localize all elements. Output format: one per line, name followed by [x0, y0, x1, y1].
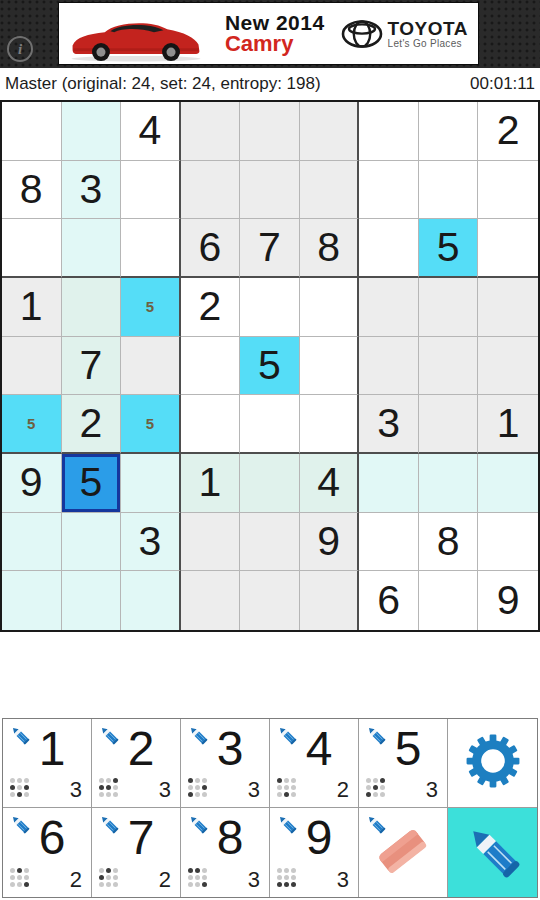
- cell-r5c4[interactable]: [181, 337, 241, 396]
- digit-button-9[interactable]: 93: [270, 808, 359, 897]
- cell-r8c9[interactable]: [478, 513, 538, 572]
- cell-r6c3[interactable]: 5: [121, 395, 181, 454]
- cell-r6c6[interactable]: [300, 395, 360, 454]
- cell-value: 1: [20, 286, 43, 327]
- digit-label: 7: [92, 812, 180, 865]
- ad-line1: New 2014: [225, 12, 325, 33]
- keypad: 132333425362728393: [2, 718, 538, 898]
- cell-value: 2: [79, 403, 102, 444]
- cell-value: 8: [317, 227, 340, 268]
- digit-label: 8: [181, 812, 269, 865]
- cell-r1c1[interactable]: [2, 102, 62, 161]
- box-occupancy-dots: [188, 868, 207, 887]
- cell-r8c5[interactable]: [240, 513, 300, 572]
- digit-placed-count: 3: [337, 867, 349, 893]
- cell-r7c8[interactable]: [419, 454, 479, 513]
- ad-info-icon[interactable]: i: [7, 36, 33, 62]
- box-occupancy-dots: [277, 778, 296, 797]
- digit-placed-count: 3: [426, 777, 438, 803]
- cell-r3c3[interactable]: [121, 219, 181, 278]
- cell-r8c8[interactable]: 8: [419, 513, 479, 572]
- digit-placed-count: 3: [248, 777, 260, 803]
- cell-value: 7: [258, 227, 281, 268]
- cell-r4c2[interactable]: [62, 278, 122, 337]
- digit-button-3[interactable]: 33: [181, 719, 270, 808]
- toyota-tagline: Let's Go Places: [388, 38, 468, 49]
- digit-placed-count: 2: [159, 867, 171, 893]
- cell-r6c7[interactable]: 3: [359, 395, 419, 454]
- sudoku-board: 428367851527552531951439869: [0, 100, 540, 632]
- cell-r2c3[interactable]: [121, 161, 181, 220]
- cell-r4c5[interactable]: [240, 278, 300, 337]
- cell-value: 5: [79, 462, 102, 503]
- digit-button-8[interactable]: 83: [181, 808, 270, 897]
- digit-button-7[interactable]: 72: [92, 808, 181, 897]
- cell-r7c6[interactable]: 4: [300, 454, 360, 513]
- cell-r3c4[interactable]: 6: [181, 219, 241, 278]
- cell-r9c1[interactable]: [2, 571, 62, 630]
- cell-r3c6[interactable]: 8: [300, 219, 360, 278]
- digit-button-6[interactable]: 62: [3, 808, 92, 897]
- cell-r5c3[interactable]: [121, 337, 181, 396]
- cell-r6c5[interactable]: [240, 395, 300, 454]
- cell-r6c9[interactable]: 1: [478, 395, 538, 454]
- cell-r2c2[interactable]: 3: [62, 161, 122, 220]
- cell-r2c5[interactable]: [240, 161, 300, 220]
- box-occupancy-dots: [366, 778, 385, 797]
- digit-label: 4: [270, 723, 358, 776]
- cell-r2c4[interactable]: [181, 161, 241, 220]
- cell-value: 2: [497, 110, 520, 151]
- toyota-wordmark: TOYOTA: [388, 19, 468, 38]
- settings-button[interactable]: [448, 719, 537, 808]
- digit-label: 3: [181, 723, 269, 776]
- ad-line2: Camry: [225, 33, 325, 55]
- cell-value: 9: [497, 580, 520, 621]
- cell-r5c7[interactable]: [359, 337, 419, 396]
- cell-r8c1[interactable]: [2, 513, 62, 572]
- gear-icon: [466, 734, 520, 792]
- puzzle-difficulty-status: Master (original: 24, set: 24, entropy: …: [5, 74, 321, 94]
- digit-label: 6: [3, 812, 91, 865]
- cell-r1c9[interactable]: 2: [478, 102, 538, 161]
- app-screen: i New 2014 Camry TOY: [0, 0, 540, 900]
- cell-value: 3: [377, 403, 400, 444]
- pencil-note: 5: [140, 297, 159, 316]
- cell-r9c2[interactable]: [62, 571, 122, 630]
- cell-r9c6[interactable]: [300, 571, 360, 630]
- cell-r8c4[interactable]: [181, 513, 241, 572]
- pencil-note: 5: [140, 414, 159, 433]
- cell-value: 6: [199, 227, 222, 268]
- cell-r2c6[interactable]: [300, 161, 360, 220]
- cell-r7c7[interactable]: [359, 454, 419, 513]
- ad-banner[interactable]: New 2014 Camry TOYOTA Let's Go Places: [58, 2, 479, 65]
- cell-r5c2[interactable]: 7: [62, 337, 122, 396]
- cell-r1c5[interactable]: [240, 102, 300, 161]
- pencil-icon: [462, 820, 524, 886]
- digit-label: 5: [359, 723, 447, 776]
- pencil-mode-button[interactable]: [448, 808, 537, 897]
- cell-r8c3[interactable]: 3: [121, 513, 181, 572]
- cell-r2c1[interactable]: 8: [2, 161, 62, 220]
- cell-r3c2[interactable]: [62, 219, 122, 278]
- cell-r1c6[interactable]: [300, 102, 360, 161]
- cell-r9c4[interactable]: [181, 571, 241, 630]
- status-bar: Master (original: 24, set: 24, entropy: …: [0, 68, 540, 100]
- cell-r1c7[interactable]: [359, 102, 419, 161]
- digit-label: 2: [92, 723, 180, 776]
- cell-r9c8[interactable]: [419, 571, 479, 630]
- eraser-button[interactable]: [359, 808, 448, 897]
- cell-r1c2[interactable]: [62, 102, 122, 161]
- cell-value: 4: [317, 462, 340, 503]
- pencil-note: 5: [21, 414, 41, 433]
- digit-button-5[interactable]: 53: [359, 719, 448, 808]
- timer: 00:01:11: [470, 74, 535, 94]
- digit-placed-count: 2: [70, 867, 82, 893]
- cell-value: 5: [437, 227, 460, 268]
- cell-r7c9[interactable]: [478, 454, 538, 513]
- cell-r8c6[interactable]: 9: [300, 513, 360, 572]
- cell-r6c1[interactable]: 5: [2, 395, 62, 454]
- cell-r9c5[interactable]: [240, 571, 300, 630]
- digit-button-2[interactable]: 23: [92, 719, 181, 808]
- toyota-emblem-icon: [341, 20, 383, 48]
- cell-r1c3[interactable]: 4: [121, 102, 181, 161]
- cell-r5c9[interactable]: [478, 337, 538, 396]
- cell-r4c8[interactable]: [419, 278, 479, 337]
- cell-value: 9: [20, 462, 43, 503]
- cell-r5c6[interactable]: [300, 337, 360, 396]
- box-occupancy-dots: [10, 778, 29, 797]
- cell-r3c5[interactable]: 7: [240, 219, 300, 278]
- cell-r7c1[interactable]: 9: [2, 454, 62, 513]
- cell-r3c1[interactable]: [2, 219, 62, 278]
- cell-r2c8[interactable]: [419, 161, 479, 220]
- box-occupancy-dots: [99, 778, 118, 797]
- cell-r1c4[interactable]: [181, 102, 241, 161]
- cell-r3c9[interactable]: [478, 219, 538, 278]
- cell-r5c5[interactable]: 5: [240, 337, 300, 396]
- cell-r5c8[interactable]: [419, 337, 479, 396]
- cell-r4c6[interactable]: [300, 278, 360, 337]
- cell-r6c2[interactable]: 2: [62, 395, 122, 454]
- cell-value: 8: [20, 169, 43, 210]
- cell-r2c7[interactable]: [359, 161, 419, 220]
- cell-r9c3[interactable]: [121, 571, 181, 630]
- cell-r1c8[interactable]: [419, 102, 479, 161]
- cell-r7c4[interactable]: 1: [181, 454, 241, 513]
- digit-placed-count: 3: [159, 777, 171, 803]
- cell-r4c9[interactable]: [478, 278, 538, 337]
- eraser-icon: [374, 823, 432, 885]
- cell-r4c3[interactable]: 5: [121, 278, 181, 337]
- toyota-logo-block: TOYOTA Let's Go Places: [341, 19, 468, 49]
- cell-value: 7: [79, 345, 102, 386]
- box-occupancy-dots: [99, 868, 118, 887]
- cell-value: 3: [79, 169, 102, 210]
- cell-r5c1[interactable]: [2, 337, 62, 396]
- cell-r4c4[interactable]: 2: [181, 278, 241, 337]
- digit-placed-count: 2: [337, 777, 349, 803]
- cell-value: 1: [497, 403, 520, 444]
- ad-banner-bar: i New 2014 Camry TOY: [0, 0, 540, 68]
- car-image: [65, 9, 207, 63]
- cell-r8c7[interactable]: [359, 513, 419, 572]
- cell-value: 8: [437, 521, 460, 562]
- cell-r9c7[interactable]: 6: [359, 571, 419, 630]
- box-occupancy-dots: [188, 778, 207, 797]
- digit-placed-count: 3: [248, 867, 260, 893]
- cell-r4c7[interactable]: [359, 278, 419, 337]
- cell-r9c9[interactable]: 9: [478, 571, 538, 630]
- cell-r3c8[interactable]: 5: [419, 219, 479, 278]
- cell-value: 3: [138, 521, 161, 562]
- cell-value: 5: [258, 345, 281, 386]
- cell-value: 9: [317, 521, 340, 562]
- cell-r6c8[interactable]: [419, 395, 479, 454]
- cell-r4c1[interactable]: 1: [2, 278, 62, 337]
- cell-value: 2: [199, 286, 222, 327]
- digit-button-4[interactable]: 42: [270, 719, 359, 808]
- cell-r6c4[interactable]: [181, 395, 241, 454]
- cell-value: 1: [199, 462, 222, 503]
- cell-r2c9[interactable]: [478, 161, 538, 220]
- cell-r3c7[interactable]: [359, 219, 419, 278]
- cell-value: 4: [138, 110, 161, 151]
- ad-headline: New 2014 Camry: [225, 12, 325, 56]
- digit-label: 1: [3, 723, 91, 776]
- digit-label: 9: [270, 812, 358, 865]
- cell-r7c2[interactable]: 5: [62, 454, 122, 513]
- cell-r7c3[interactable]: [121, 454, 181, 513]
- digit-placed-count: 3: [70, 777, 82, 803]
- cell-value: 6: [377, 580, 400, 621]
- cell-r8c2[interactable]: [62, 513, 122, 572]
- box-occupancy-dots: [10, 868, 29, 887]
- cell-r7c5[interactable]: [240, 454, 300, 513]
- digit-button-1[interactable]: 13: [3, 719, 92, 808]
- box-occupancy-dots: [277, 868, 296, 887]
